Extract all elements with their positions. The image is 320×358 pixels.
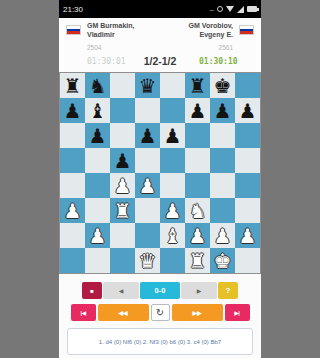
white-bishop-piece: ♝	[164, 226, 182, 246]
square-h1[interactable]	[235, 248, 260, 273]
square-c2[interactable]	[110, 223, 135, 248]
player-name-left: GM Burmakin, Vladimir	[87, 22, 165, 39]
square-g5[interactable]	[210, 148, 235, 173]
player-name-right: GM Vorobiov, Evgeny E.	[155, 22, 233, 39]
square-e4[interactable]	[160, 173, 185, 198]
player-panel: GM Burmakin, Vladimir GM Vorobiov, Evgen…	[59, 18, 261, 72]
square-c1[interactable]	[110, 248, 135, 273]
square-f1[interactable]: ♜	[185, 248, 210, 273]
square-e1[interactable]	[160, 248, 185, 273]
square-a4[interactable]	[60, 173, 85, 198]
wifi-icon	[226, 6, 234, 12]
square-b6[interactable]: ♟	[85, 123, 110, 148]
square-e7[interactable]	[160, 98, 185, 123]
white-pawn-piece: ♟	[89, 226, 107, 246]
flag-icon-right-russia	[239, 25, 254, 35]
player-rating-left: 2504	[87, 44, 101, 51]
fast-forward-button[interactable]: ▶▶	[172, 304, 223, 321]
square-d3[interactable]	[135, 198, 160, 223]
square-f4[interactable]	[185, 173, 210, 198]
white-pawn-piece: ♟	[114, 176, 132, 196]
square-e5[interactable]	[160, 148, 185, 173]
clock-right: 01:30:10	[199, 57, 261, 66]
square-c7[interactable]	[110, 98, 135, 123]
square-f6[interactable]	[185, 123, 210, 148]
square-b7[interactable]: ♝	[85, 98, 110, 123]
white-pawn-piece: ♟	[64, 201, 82, 221]
chess-board[interactable]: ♜♞♛♜♚♟♝♟♟♟♟♟♟♟♟♟♟♜♟♞♟♝♟♟♟♛♜♚	[59, 72, 261, 274]
square-b8[interactable]: ♞	[85, 73, 110, 98]
square-f3[interactable]: ♞	[185, 198, 210, 223]
square-d5[interactable]	[135, 148, 160, 173]
square-d4[interactable]: ♟	[135, 173, 160, 198]
square-g3[interactable]	[210, 198, 235, 223]
square-a8[interactable]: ♜	[60, 73, 85, 98]
square-a7[interactable]: ♟	[60, 98, 85, 123]
castle-button[interactable]: 0-0	[140, 282, 180, 299]
prev-move-button[interactable]: ◀	[103, 282, 139, 299]
square-d7[interactable]	[135, 98, 160, 123]
square-c3[interactable]: ♜	[110, 198, 135, 223]
white-pawn-piece: ♟	[139, 176, 157, 196]
data-icon	[217, 6, 223, 12]
square-a1[interactable]	[60, 248, 85, 273]
vibrate-icon: –	[210, 5, 214, 14]
black-king-piece: ♚	[214, 76, 232, 96]
move-list[interactable]: 1. d4 (0) Nf6 (0) 2. Nf3 (0) b6 (0) 3. c…	[99, 339, 221, 345]
white-knight-piece: ♞	[189, 201, 207, 221]
square-g6[interactable]	[210, 123, 235, 148]
next-move-button[interactable]: ▶	[181, 282, 217, 299]
controls-row-2: |◀ ◀◀ ↻ ▶▶ ▶|	[59, 304, 261, 321]
black-pawn-piece: ♟	[164, 126, 182, 146]
square-g4[interactable]	[210, 173, 235, 198]
square-h2[interactable]: ♟	[235, 223, 260, 248]
square-a6[interactable]	[60, 123, 85, 148]
player-rating-right: 2561	[219, 44, 233, 51]
square-c5[interactable]: ♟	[110, 148, 135, 173]
square-d6[interactable]: ♟	[135, 123, 160, 148]
square-d8[interactable]: ♛	[135, 73, 160, 98]
square-g1[interactable]: ♚	[210, 248, 235, 273]
black-queen-piece: ♛	[139, 76, 157, 96]
clock-left: 01:30:01	[59, 57, 121, 66]
square-f2[interactable]: ♟	[185, 223, 210, 248]
status-bar: 21:30 –	[59, 0, 261, 18]
controls-row-1: ■ ◀ 0-0 ▶ ?	[59, 282, 261, 299]
white-pawn-piece: ♟	[189, 226, 207, 246]
black-rook-piece: ♜	[189, 76, 207, 96]
black-pawn-piece: ♟	[114, 151, 132, 171]
square-a2[interactable]	[60, 223, 85, 248]
square-g2[interactable]: ♟	[210, 223, 235, 248]
white-pawn-piece: ♟	[164, 201, 182, 221]
square-b2[interactable]: ♟	[85, 223, 110, 248]
black-pawn-piece: ♟	[139, 126, 157, 146]
square-e6[interactable]: ♟	[160, 123, 185, 148]
black-pawn-piece: ♟	[239, 101, 257, 121]
square-c4[interactable]: ♟	[110, 173, 135, 198]
flip-board-button[interactable]: ↻	[151, 304, 170, 321]
fast-back-button[interactable]: ◀◀	[98, 304, 149, 321]
battery-icon	[247, 6, 257, 12]
white-queen-piece: ♛	[139, 251, 157, 271]
square-a5[interactable]	[60, 148, 85, 173]
black-pawn-piece: ♟	[214, 101, 232, 121]
status-time: 21:30	[63, 5, 83, 14]
square-b3[interactable]	[85, 198, 110, 223]
square-d1[interactable]: ♛	[135, 248, 160, 273]
jump-to-start-button[interactable]: |◀	[71, 304, 96, 321]
square-h8[interactable]	[235, 73, 260, 98]
game-score: 1/2-1/2	[121, 55, 199, 67]
square-b5[interactable]	[85, 148, 110, 173]
signal-icon	[237, 6, 244, 13]
white-rook-piece: ♜	[189, 251, 207, 271]
jump-to-end-button[interactable]: ▶|	[225, 304, 250, 321]
square-h7[interactable]: ♟	[235, 98, 260, 123]
analysis-button[interactable]: ?	[218, 282, 238, 299]
square-b1[interactable]	[85, 248, 110, 273]
clock-row: 01:30:01 1/2-1/2 01:30:10	[59, 53, 261, 69]
black-pawn-piece: ♟	[189, 101, 207, 121]
square-d2[interactable]	[135, 223, 160, 248]
square-c6[interactable]	[110, 123, 135, 148]
white-pawn-piece: ♟	[214, 226, 232, 246]
white-pawn-piece: ♟	[239, 226, 257, 246]
square-a3[interactable]: ♟	[60, 198, 85, 223]
square-h6[interactable]	[235, 123, 260, 148]
square-h3[interactable]	[235, 198, 260, 223]
app-window: 21:30 – GM Burmakin, Vladimir GM Vorobio…	[59, 0, 261, 358]
black-knight-piece: ♞	[89, 76, 107, 96]
black-pawn-piece: ♟	[64, 101, 82, 121]
black-rook-piece: ♜	[64, 76, 82, 96]
square-e3[interactable]: ♟	[160, 198, 185, 223]
square-g7[interactable]: ♟	[210, 98, 235, 123]
square-c8[interactable]	[110, 73, 135, 98]
square-h5[interactable]	[235, 148, 260, 173]
stop-button[interactable]: ■	[82, 282, 102, 299]
white-rook-piece: ♜	[114, 201, 132, 221]
square-h4[interactable]	[235, 173, 260, 198]
square-e8[interactable]	[160, 73, 185, 98]
square-f7[interactable]: ♟	[185, 98, 210, 123]
square-f5[interactable]	[185, 148, 210, 173]
black-pawn-piece: ♟	[89, 126, 107, 146]
square-f8[interactable]: ♜	[185, 73, 210, 98]
black-bishop-piece: ♝	[89, 101, 107, 121]
white-king-piece: ♚	[214, 251, 232, 271]
flag-icon-left-russia	[66, 25, 81, 35]
square-g8[interactable]: ♚	[210, 73, 235, 98]
square-b4[interactable]	[85, 173, 110, 198]
square-e2[interactable]: ♝	[160, 223, 185, 248]
move-list-box[interactable]: 1. d4 (0) Nf6 (0) 2. Nf3 (0) b6 (0) 3. c…	[67, 328, 253, 355]
